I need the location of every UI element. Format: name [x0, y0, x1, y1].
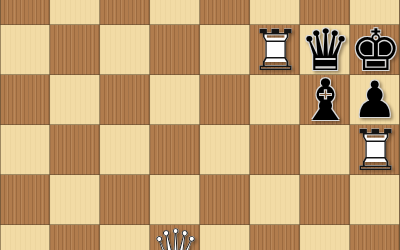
square-h4[interactable]: ♜♖: [350, 125, 400, 175]
black-king-glyph: ♚: [350, 25, 400, 75]
square-f2[interactable]: [250, 225, 300, 250]
square-b4[interactable]: [50, 125, 100, 175]
square-c4[interactable]: [100, 125, 150, 175]
square-d5[interactable]: [150, 75, 200, 125]
square-e7[interactable]: [200, 0, 250, 25]
square-h6[interactable]: ♚: [350, 25, 400, 75]
square-e5[interactable]: [200, 75, 250, 125]
square-b3[interactable]: [50, 175, 100, 225]
piece-white-rook-h4[interactable]: ♜♖: [350, 125, 400, 175]
square-b7[interactable]: [50, 0, 100, 25]
piece-black-king-h6[interactable]: ♚: [350, 25, 400, 75]
square-b2[interactable]: [50, 225, 100, 250]
square-e4[interactable]: [200, 125, 250, 175]
square-c5[interactable]: [100, 75, 150, 125]
square-c6[interactable]: [100, 25, 150, 75]
square-c7[interactable]: [100, 0, 150, 25]
square-g5[interactable]: ♝: [300, 75, 350, 125]
square-b5[interactable]: [50, 75, 100, 125]
white-rook-outline-glyph: ♖: [250, 25, 301, 75]
square-f4[interactable]: [250, 125, 300, 175]
square-d4[interactable]: [150, 125, 200, 175]
square-f3[interactable]: [250, 175, 300, 225]
square-f6[interactable]: ♜♖: [250, 25, 300, 75]
square-g3[interactable]: [300, 175, 350, 225]
square-a2[interactable]: [0, 225, 50, 250]
chessboard-viewport: ♜♖♛♚♝♟♜♖♛♕: [0, 0, 400, 250]
square-c2[interactable]: [100, 225, 150, 250]
square-a4[interactable]: [0, 125, 50, 175]
square-h2[interactable]: [350, 225, 400, 250]
square-a5[interactable]: [0, 75, 50, 125]
square-a6[interactable]: [0, 25, 50, 75]
square-a3[interactable]: [0, 175, 50, 225]
white-queen-outline-glyph: ♕: [150, 225, 201, 250]
square-h3[interactable]: [350, 175, 400, 225]
square-g4[interactable]: [300, 125, 350, 175]
square-c3[interactable]: [100, 175, 150, 225]
square-f5[interactable]: [250, 75, 300, 125]
square-e6[interactable]: [200, 25, 250, 75]
square-e2[interactable]: [200, 225, 250, 250]
white-rook-outline-glyph: ♖: [350, 125, 400, 175]
square-e3[interactable]: [200, 175, 250, 225]
chessboard: ♜♖♛♚♝♟♜♖♛♕: [0, 0, 400, 250]
square-g2[interactable]: [300, 225, 350, 250]
piece-white-rook-f6[interactable]: ♜♖: [250, 25, 300, 75]
square-d7[interactable]: [150, 0, 200, 25]
square-d6[interactable]: [150, 25, 200, 75]
black-bishop-glyph: ♝: [300, 75, 351, 125]
square-a7[interactable]: [0, 0, 50, 25]
square-d2[interactable]: ♛♕: [150, 225, 200, 250]
piece-black-bishop-g5[interactable]: ♝: [300, 75, 350, 125]
piece-white-queen-d2[interactable]: ♛♕: [150, 225, 200, 250]
square-b6[interactable]: [50, 25, 100, 75]
